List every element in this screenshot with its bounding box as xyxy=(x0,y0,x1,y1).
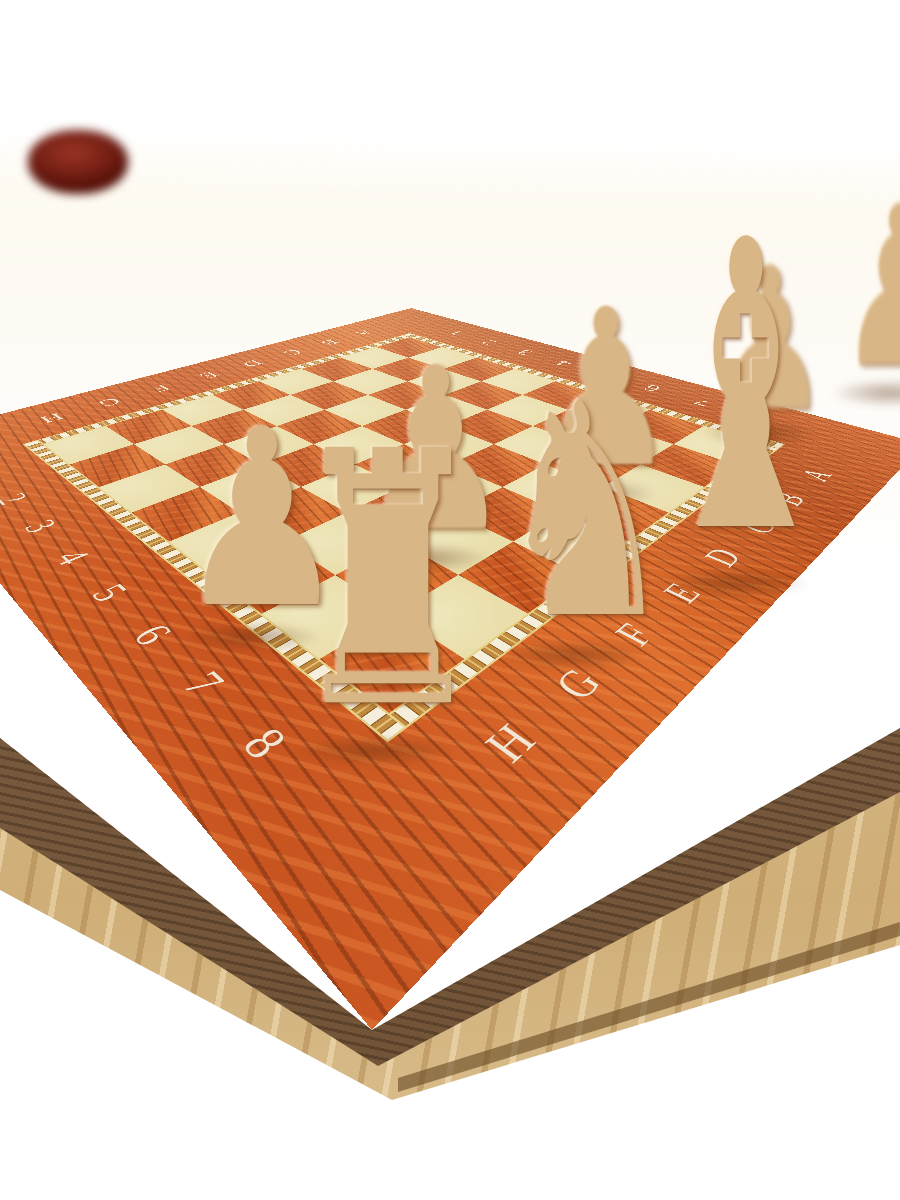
bishop-f8-glyph: ♝ xyxy=(653,190,839,588)
rook-h8-glyph: ♜ xyxy=(288,406,489,756)
red-piece-blurred xyxy=(28,130,128,194)
knight-g8-glyph: ♞ xyxy=(496,364,676,660)
pawn-c7-glyph: ♟ xyxy=(839,177,900,398)
photo-frame: HHGGFFEEDDCCBBAA1122334455667788 ♟♟♟♟♝♟♞… xyxy=(0,0,900,1200)
pieces-layer: ♟♟♟♟♝♟♞♜ xyxy=(0,0,900,1200)
